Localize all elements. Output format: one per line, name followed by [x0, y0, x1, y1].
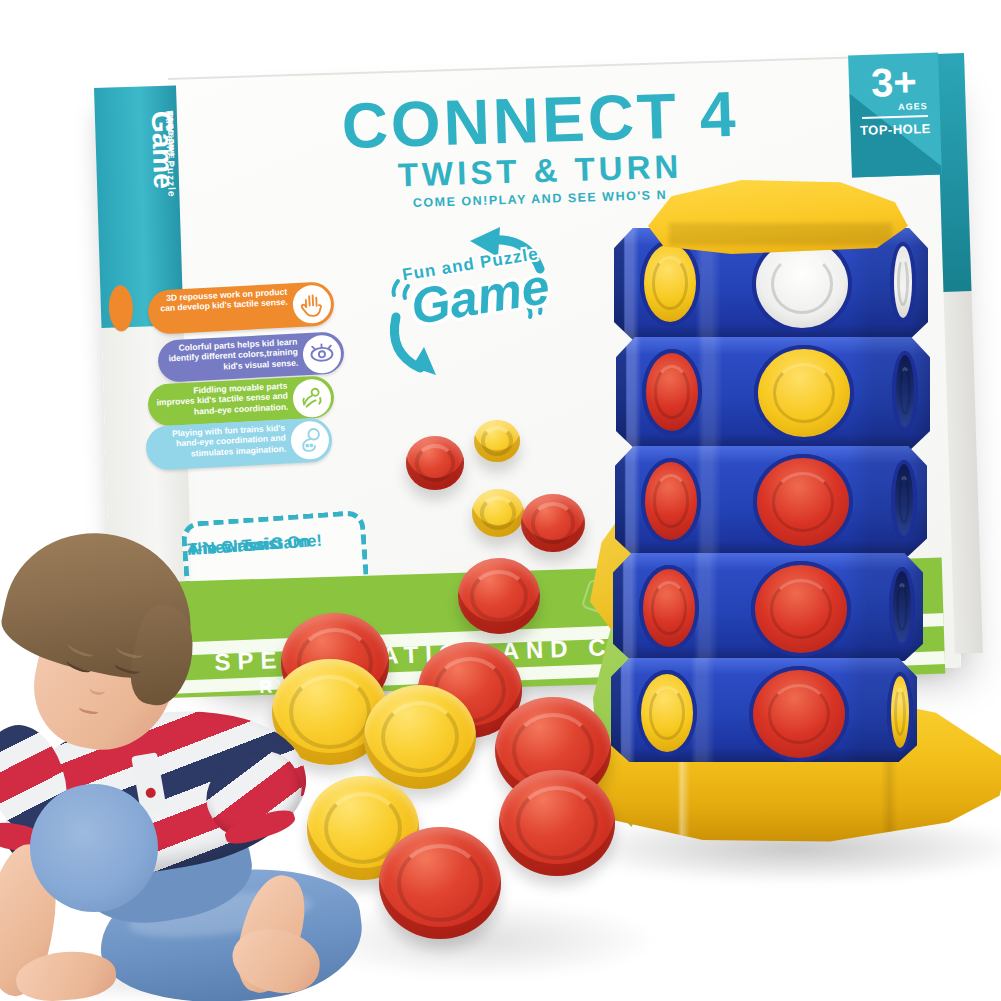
yellow-disc [364, 685, 476, 788]
child-right-sleeve [193, 736, 315, 852]
eye-icon [302, 334, 342, 374]
age-badge: 3+ AGES TOP-HOLE [848, 53, 942, 178]
yellow-disc [307, 776, 419, 879]
hand-icon [292, 284, 332, 324]
age-badge-number: 3+ [848, 61, 939, 104]
red-disc [499, 770, 615, 877]
band-doodle [724, 573, 765, 614]
child-knee-jeans [30, 784, 158, 912]
disc-slot [891, 676, 909, 748]
age-badge-ages-label: AGES [898, 101, 928, 112]
feature-pill-text: Fiddling movable parts improves kid's ta… [153, 381, 289, 426]
disc-ring [512, 713, 593, 788]
child-nose [88, 681, 106, 696]
child-right-cuff [222, 805, 297, 848]
disc-slot [753, 670, 845, 758]
band-doodle [805, 616, 832, 643]
tower-shadow [560, 812, 1001, 884]
child-shirt-placket [131, 752, 167, 814]
spine-tagline-3: GOOD TIME ! [166, 110, 177, 166]
child-hip-jeans [75, 810, 259, 934]
movable-parts-icon [292, 378, 332, 418]
child-striped-shirt [0, 684, 319, 902]
disc-ring [324, 792, 402, 864]
contents-band: SPECIFICATION AND CONTENTS RY [164, 558, 945, 698]
child-left-arm [0, 839, 67, 1000]
age-badge-rule [862, 115, 928, 119]
feature-pill-text: Colorful parts helps kid learn identify … [163, 337, 299, 382]
imagination-icon [290, 420, 330, 460]
child-left-hand [14, 948, 118, 1001]
child-left-sleeve [0, 715, 79, 844]
feature-pill-text: 3D repousse work on product can develop … [153, 287, 289, 332]
child-left-cuff [0, 819, 46, 855]
product-photo-stage: Fun and Puzzle Game COME ON ! WHO'S IN G… [0, 0, 1001, 1001]
age-badge-feature: TOP-HOLE [850, 121, 940, 139]
feature-pill-text: Playing with fun trains kid's hand-eye c… [151, 423, 287, 468]
child-floor-shadow [4, 960, 334, 1001]
child-mouth [78, 704, 99, 716]
red-disc [495, 697, 611, 804]
contents-band-fragment: RY [259, 676, 292, 698]
child-eye [65, 656, 93, 675]
hole-right [887, 672, 913, 752]
disc-ring [381, 701, 459, 773]
disc-ring [516, 786, 597, 861]
child-eyebrow [66, 638, 96, 660]
discs-floor-shadow [300, 900, 660, 980]
banner-line-3: 4-in-a-row Game! [187, 530, 323, 561]
hole-front [749, 666, 849, 762]
